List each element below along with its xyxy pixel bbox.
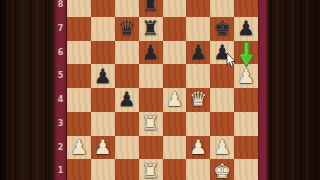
black-king-g7[interactable]: ♚ (213, 17, 231, 40)
square-d2[interactable] (139, 136, 163, 160)
square-f1[interactable] (186, 159, 210, 180)
white-pawn-e4[interactable]: ♟ (165, 88, 183, 111)
white-pawn-f2[interactable]: ♟ (189, 136, 207, 159)
square-a7[interactable] (67, 17, 91, 41)
square-b7[interactable] (91, 17, 115, 41)
square-b8[interactable] (91, 0, 115, 17)
square-d4[interactable] (139, 88, 163, 112)
square-d7[interactable]: ♜ (139, 17, 163, 41)
square-f3[interactable] (186, 112, 210, 136)
square-a8[interactable] (67, 0, 91, 17)
square-e2[interactable] (163, 136, 187, 160)
square-e4[interactable]: ♟ (163, 88, 187, 112)
white-rook-d1[interactable]: ♜ (142, 160, 160, 180)
rank-label-5: 5 (54, 64, 67, 88)
mouse-cursor-icon (226, 53, 236, 68)
square-g7[interactable]: ♚ (210, 17, 234, 41)
square-c5[interactable] (115, 64, 139, 88)
black-queen-c7[interactable]: ♛ (118, 17, 136, 40)
square-f6[interactable]: ♟ (186, 41, 210, 65)
square-c8[interactable] (115, 0, 139, 17)
square-e3[interactable] (163, 112, 187, 136)
square-h7[interactable]: ♟ (234, 17, 258, 41)
rank-label-3: 3 (54, 112, 67, 136)
square-f2[interactable]: ♟ (186, 136, 210, 160)
square-a2[interactable]: ♟ (67, 136, 91, 160)
square-e5[interactable] (163, 64, 187, 88)
chess-app-screenshot: 87654321 ♜♛♜♚♟♟♟♟♟♟♟♟♛♜♟♟♟♟♜♚ (0, 0, 320, 180)
black-rook-d8[interactable]: ♜ (142, 0, 160, 16)
rank-label-1: 1 (54, 159, 67, 180)
white-king-g1[interactable]: ♚ (213, 160, 231, 180)
square-h1[interactable] (234, 159, 258, 180)
black-pawn-h7[interactable]: ♟ (237, 17, 255, 40)
square-b6[interactable] (91, 41, 115, 65)
board-right-frame (258, 0, 268, 180)
square-c4[interactable]: ♟ (115, 88, 139, 112)
square-d5[interactable] (139, 64, 163, 88)
square-b2[interactable]: ♟ (91, 136, 115, 160)
black-pawn-c4[interactable]: ♟ (118, 88, 136, 111)
rank-label-4: 4 (54, 88, 67, 112)
white-pawn-a2[interactable]: ♟ (70, 136, 88, 159)
square-h3[interactable] (234, 112, 258, 136)
square-h4[interactable] (234, 88, 258, 112)
square-g8[interactable] (210, 0, 234, 17)
square-d6[interactable]: ♟ (139, 41, 163, 65)
square-e8[interactable] (163, 0, 187, 17)
black-pawn-d6[interactable]: ♟ (142, 41, 160, 64)
square-a4[interactable] (67, 88, 91, 112)
square-c7[interactable]: ♛ (115, 17, 139, 41)
rank-label-gutter: 87654321 (54, 0, 67, 180)
square-h2[interactable] (234, 136, 258, 160)
white-pawn-b2[interactable]: ♟ (94, 136, 112, 159)
square-b1[interactable] (91, 159, 115, 180)
square-f4[interactable]: ♛ (186, 88, 210, 112)
black-pawn-b5[interactable]: ♟ (94, 65, 112, 88)
rank-label-7: 7 (54, 17, 67, 41)
square-g3[interactable] (210, 112, 234, 136)
square-a5[interactable] (67, 64, 91, 88)
square-f7[interactable] (186, 17, 210, 41)
black-pawn-f6[interactable]: ♟ (189, 41, 207, 64)
rank-label-6: 6 (54, 41, 67, 65)
square-d1[interactable]: ♜ (139, 159, 163, 180)
square-b3[interactable] (91, 112, 115, 136)
square-e1[interactable] (163, 159, 187, 180)
white-pawn-g2[interactable]: ♟ (213, 136, 231, 159)
square-a1[interactable] (67, 159, 91, 180)
square-e7[interactable] (163, 17, 187, 41)
square-g2[interactable]: ♟ (210, 136, 234, 160)
square-a3[interactable] (67, 112, 91, 136)
square-g1[interactable]: ♚ (210, 159, 234, 180)
chess-board[interactable]: ♜♛♜♚♟♟♟♟♟♟♟♟♛♜♟♟♟♟♜♚ (67, 0, 258, 180)
black-rook-d7[interactable]: ♜ (142, 17, 160, 40)
square-f5[interactable] (186, 64, 210, 88)
rank-label-2: 2 (54, 136, 67, 160)
white-queen-f4[interactable]: ♛ (189, 88, 207, 111)
square-c6[interactable] (115, 41, 139, 65)
square-c1[interactable] (115, 159, 139, 180)
square-h8[interactable] (234, 0, 258, 17)
square-a6[interactable] (67, 41, 91, 65)
square-b5[interactable]: ♟ (91, 64, 115, 88)
square-c2[interactable] (115, 136, 139, 160)
square-d8[interactable]: ♜ (139, 0, 163, 17)
white-rook-d3[interactable]: ♜ (142, 112, 160, 135)
square-c3[interactable] (115, 112, 139, 136)
square-e6[interactable] (163, 41, 187, 65)
rank-label-8: 8 (54, 0, 67, 17)
square-f8[interactable] (186, 0, 210, 17)
white-pawn-h5[interactable]: ♟ (237, 65, 255, 88)
square-b4[interactable] (91, 88, 115, 112)
square-g4[interactable] (210, 88, 234, 112)
move-hint-arrow-icon (238, 41, 255, 68)
square-d3[interactable]: ♜ (139, 112, 163, 136)
